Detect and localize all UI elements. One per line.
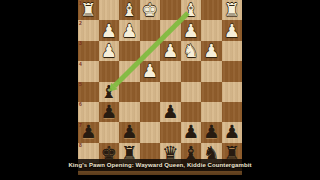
square-b3[interactable]: ♟ [201, 41, 222, 61]
square-d3[interactable]: ♟ [160, 41, 181, 61]
black-bishop-g5[interactable]: ♝ [99, 82, 120, 102]
white-king-e1[interactable]: ♚ [140, 0, 161, 20]
square-f1[interactable]: ♝ [119, 0, 140, 20]
square-c3[interactable]: ♞ [181, 41, 202, 61]
square-g6[interactable]: ♟ [99, 102, 120, 122]
right-letterbox-bar [242, 0, 320, 180]
chess-board[interactable]: 1♜♝♚♝♜2♟♟♟♟3♟♟♞♟4♟5♝6♟♟7♟♟♟♟♟8♚♜♛♝♞♜ [78, 0, 242, 163]
square-e6[interactable] [140, 102, 161, 122]
white-pawn-e4[interactable]: ♟ [140, 61, 161, 81]
square-c5[interactable] [181, 82, 202, 102]
square-b5[interactable] [201, 82, 222, 102]
square-g7[interactable] [99, 122, 120, 142]
white-rook-a1[interactable]: ♜ [222, 0, 243, 20]
square-g2[interactable]: ♟ [99, 20, 120, 40]
square-g1[interactable] [99, 0, 120, 20]
square-b1[interactable] [201, 0, 222, 20]
square-b6[interactable] [201, 102, 222, 122]
square-d1[interactable] [160, 0, 181, 20]
square-e4[interactable]: ♟ [140, 61, 161, 81]
square-a2[interactable]: ♟ [222, 20, 243, 40]
board-area: 1♜♝♚♝♜2♟♟♟♟3♟♟♞♟4♟5♝6♟♟7♟♟♟♟♟8♚♜♛♝♞♜ Kin… [78, 0, 242, 175]
square-h5[interactable]: 5 [78, 82, 99, 102]
square-d6[interactable]: ♟ [160, 102, 181, 122]
white-knight-c3[interactable]: ♞ [181, 41, 202, 61]
square-f4[interactable] [119, 61, 140, 81]
square-c1[interactable]: ♝ [181, 0, 202, 20]
black-pawn-c7[interactable]: ♟ [181, 122, 202, 142]
square-a7[interactable]: ♟ [222, 122, 243, 142]
square-a5[interactable] [222, 82, 243, 102]
square-h6[interactable]: 6 [78, 102, 99, 122]
square-b4[interactable] [201, 61, 222, 81]
square-e3[interactable] [140, 41, 161, 61]
black-pawn-b7[interactable]: ♟ [201, 122, 222, 142]
square-d4[interactable] [160, 61, 181, 81]
square-h1[interactable]: 1♜ [78, 0, 99, 20]
white-pawn-a2[interactable]: ♟ [222, 20, 243, 40]
square-a3[interactable] [222, 41, 243, 61]
white-bishop-c1[interactable]: ♝ [181, 0, 202, 20]
square-e1[interactable]: ♚ [140, 0, 161, 20]
rank-label: 2 [79, 21, 82, 26]
black-pawn-f7[interactable]: ♟ [119, 122, 140, 142]
white-pawn-g3[interactable]: ♟ [99, 41, 120, 61]
rank-label: 8 [79, 143, 82, 148]
square-a6[interactable] [222, 102, 243, 122]
square-d5[interactable] [160, 82, 181, 102]
square-c6[interactable] [181, 102, 202, 122]
square-f2[interactable]: ♟ [119, 20, 140, 40]
rank-label: 6 [79, 102, 82, 107]
white-pawn-f2[interactable]: ♟ [119, 20, 140, 40]
square-f7[interactable]: ♟ [119, 122, 140, 142]
square-f5[interactable] [119, 82, 140, 102]
black-pawn-h7[interactable]: ♟ [78, 122, 99, 142]
rank-label: 3 [79, 41, 82, 46]
square-g4[interactable] [99, 61, 120, 81]
square-e2[interactable] [140, 20, 161, 40]
square-f6[interactable] [119, 102, 140, 122]
square-h4[interactable]: 4 [78, 61, 99, 81]
square-h3[interactable]: 3 [78, 41, 99, 61]
black-pawn-d6[interactable]: ♟ [160, 102, 181, 122]
caption-bar: King's Pawn Opening: Wayward Queen, Kidd… [78, 159, 242, 171]
square-d2[interactable] [160, 20, 181, 40]
white-bishop-f1[interactable]: ♝ [119, 0, 140, 20]
black-pawn-g6[interactable]: ♟ [99, 102, 120, 122]
black-pawn-a7[interactable]: ♟ [222, 122, 243, 142]
white-pawn-d3[interactable]: ♟ [160, 41, 181, 61]
square-b7[interactable]: ♟ [201, 122, 222, 142]
square-a1[interactable]: ♜ [222, 0, 243, 20]
square-g3[interactable]: ♟ [99, 41, 120, 61]
square-c2[interactable]: ♟ [181, 20, 202, 40]
white-pawn-g2[interactable]: ♟ [99, 20, 120, 40]
square-c4[interactable] [181, 61, 202, 81]
square-b2[interactable] [201, 20, 222, 40]
white-rook-h1[interactable]: ♜ [78, 0, 99, 20]
square-d7[interactable] [160, 122, 181, 142]
square-e7[interactable] [140, 122, 161, 142]
opening-name-text: King's Pawn Opening: Wayward Queen, Kidd… [68, 162, 251, 168]
white-pawn-c2[interactable]: ♟ [181, 20, 202, 40]
rank-label: 4 [79, 62, 82, 67]
square-a4[interactable] [222, 61, 243, 81]
white-pawn-b3[interactable]: ♟ [201, 41, 222, 61]
square-e5[interactable] [140, 82, 161, 102]
square-c7[interactable]: ♟ [181, 122, 202, 142]
square-h7[interactable]: 7♟ [78, 122, 99, 142]
video-frame: 1♜♝♚♝♜2♟♟♟♟3♟♟♞♟4♟5♝6♟♟7♟♟♟♟♟8♚♜♛♝♞♜ Kin… [0, 0, 320, 180]
left-letterbox-bar [0, 0, 78, 180]
square-g5[interactable]: ♝ [99, 82, 120, 102]
rank-label: 5 [79, 82, 82, 87]
square-h2[interactable]: 2 [78, 20, 99, 40]
square-f3[interactable] [119, 41, 140, 61]
